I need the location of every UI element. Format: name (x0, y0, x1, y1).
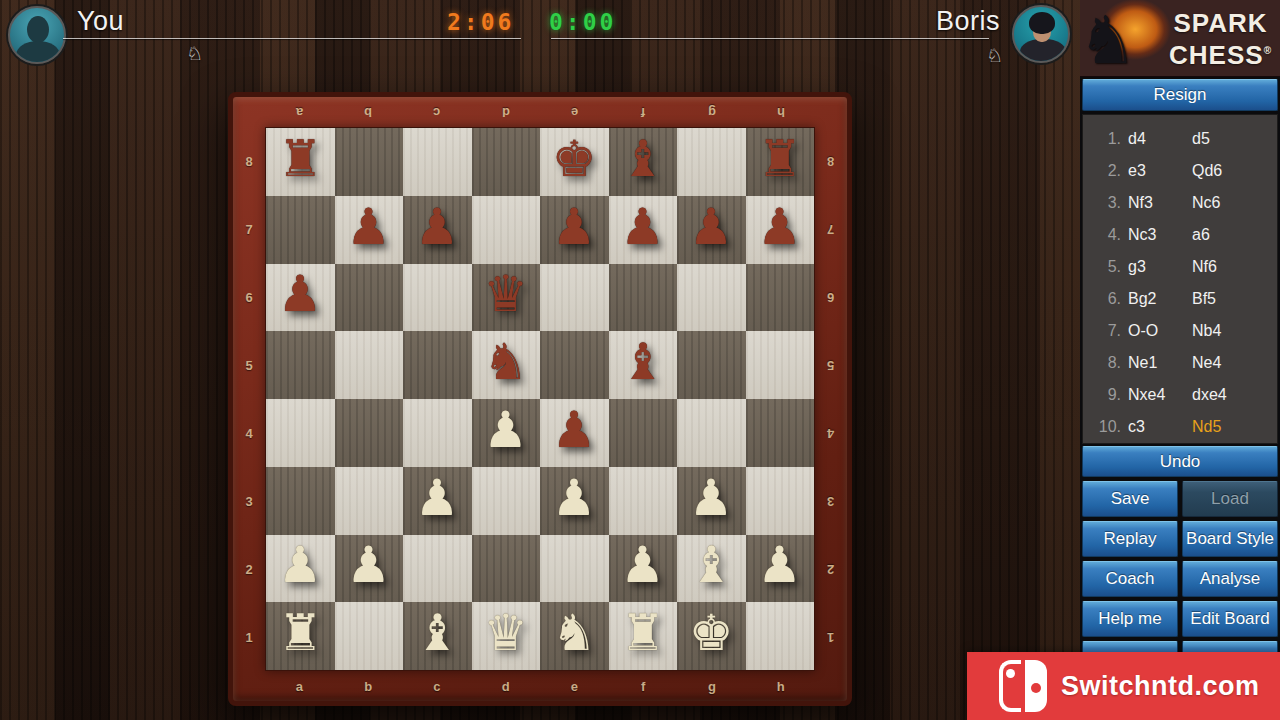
square-b2[interactable]: ♟ (335, 535, 404, 603)
coord-label: 5 (245, 358, 252, 373)
square-g7[interactable]: ♟ (677, 196, 746, 264)
square-a2[interactable]: ♟ (266, 535, 335, 603)
black-move: dxe4 (1192, 386, 1227, 404)
square-c5[interactable] (403, 331, 472, 399)
coord-label: e (571, 105, 578, 120)
black-pawn-c7[interactable]: ♟ (415, 202, 460, 252)
top-bar: You ♘ 2:06 0:00 ♘ Boris (0, 0, 1080, 72)
square-c6[interactable] (403, 264, 472, 332)
black-move: Ne4 (1192, 354, 1221, 372)
square-g8[interactable] (677, 128, 746, 196)
coach-button[interactable]: Coach (1082, 561, 1178, 597)
black-pawn-g7[interactable]: ♟ (689, 202, 734, 252)
rank-labels-left: 87654321 (238, 127, 260, 671)
move-row-3[interactable]: 3.Nf3Nc6 (1083, 187, 1277, 219)
square-f7[interactable]: ♟ (609, 196, 678, 264)
square-g5[interactable] (677, 331, 746, 399)
white-pawn-c3[interactable]: ♟ (415, 473, 460, 523)
black-move: d5 (1192, 130, 1210, 148)
white-queen-d1[interactable]: ♛ (483, 608, 528, 658)
square-e3[interactable]: ♟ (540, 467, 609, 535)
square-d3[interactable] (472, 467, 541, 535)
white-bishop-g2[interactable]: ♝ (689, 540, 734, 590)
coord-label: 6 (245, 290, 252, 305)
square-e1[interactable]: ♞ (540, 602, 609, 670)
square-h3[interactable] (746, 467, 815, 535)
coord-label: 1 (827, 630, 834, 645)
square-g4[interactable] (677, 399, 746, 467)
move-number: 6. (1083, 290, 1121, 308)
resign-button[interactable]: Resign (1082, 79, 1278, 111)
coord-label: 3 (245, 494, 252, 509)
white-move: Nxe4 (1128, 386, 1192, 404)
black-move: Nd5 (1192, 418, 1221, 436)
clock-black: 0:00 (549, 9, 616, 35)
chess-board: abcdefgh abcdefgh 87654321 87654321 ♜♚♝♜… (228, 92, 852, 706)
square-a7[interactable] (266, 196, 335, 264)
black-rook-h8[interactable]: ♜ (757, 134, 802, 184)
coord-label: e (571, 679, 578, 694)
square-c2[interactable] (403, 535, 472, 603)
black-move: a6 (1192, 226, 1210, 244)
edit-board-button[interactable]: Edit Board (1182, 601, 1278, 637)
move-list[interactable]: 1.d4d52.e3Qd63.Nf3Nc64.Nc3a65.g3Nf66.Bg2… (1082, 114, 1278, 444)
square-f4[interactable] (609, 399, 678, 467)
move-row-5[interactable]: 5.g3Nf6 (1083, 251, 1277, 283)
coord-label: 4 (827, 426, 834, 441)
clock-white: 2:06 (447, 9, 514, 35)
black-queen-d6[interactable]: ♛ (483, 269, 528, 319)
player-name-white: You (77, 6, 124, 37)
square-b5[interactable] (335, 331, 404, 399)
rank-labels-right: 87654321 (820, 127, 842, 671)
black-move: Bf5 (1192, 290, 1216, 308)
square-d4[interactable]: ♟ (472, 399, 541, 467)
black-bishop-f5[interactable]: ♝ (620, 337, 665, 387)
square-b8[interactable] (335, 128, 404, 196)
square-b6[interactable] (335, 264, 404, 332)
move-row-10[interactable]: 10.c3Nd5 (1083, 411, 1277, 443)
square-f2[interactable]: ♟ (609, 535, 678, 603)
registered-mark: ® (1264, 45, 1272, 56)
move-number: 9. (1083, 386, 1121, 404)
coord-label: a (296, 679, 303, 694)
board-style-button[interactable]: Board Style (1182, 521, 1278, 557)
white-pawn-e3[interactable]: ♟ (552, 473, 597, 523)
board-squares: ♜♚♝♜♟♟♟♟♟♟♟♛♞♝♟♟♟♟♟♟♟♟♝♟♜♝♛♞♜♚ (265, 127, 815, 671)
square-e2[interactable] (540, 535, 609, 603)
save-button[interactable]: Save (1082, 481, 1178, 517)
square-c1[interactable]: ♝ (403, 602, 472, 670)
knight-logo-icon: ♞ (1080, 8, 1137, 74)
white-move: d4 (1128, 130, 1192, 148)
move-row-9[interactable]: 9.Nxe4dxe4 (1083, 379, 1277, 411)
analyse-button[interactable]: Analyse (1182, 561, 1278, 597)
move-number: 1. (1083, 130, 1121, 148)
square-g1[interactable]: ♚ (677, 602, 746, 670)
square-d7[interactable] (472, 196, 541, 264)
action-button-grid: SaveLoadReplayBoard StyleCoachAnalyseHel… (1082, 481, 1278, 677)
white-rook-a1[interactable]: ♜ (278, 608, 323, 658)
square-b7[interactable]: ♟ (335, 196, 404, 264)
square-h6[interactable] (746, 264, 815, 332)
white-move: O-O (1128, 322, 1192, 340)
coord-label: 7 (245, 222, 252, 237)
black-bishop-f8[interactable]: ♝ (620, 134, 665, 184)
nintendo-switch-icon (999, 660, 1047, 712)
coord-label: 4 (245, 426, 252, 441)
file-labels-bottom: abcdefgh (265, 675, 815, 697)
coord-label: b (364, 679, 372, 694)
square-h4[interactable] (746, 399, 815, 467)
black-king-e8[interactable]: ♚ (552, 134, 597, 184)
watermark-text: Switchntd.com (1061, 671, 1260, 702)
square-b3[interactable] (335, 467, 404, 535)
coord-label: 5 (827, 358, 834, 373)
square-c4[interactable] (403, 399, 472, 467)
square-f8[interactable]: ♝ (609, 128, 678, 196)
sidebar: ♞ SPARK CHESS® Resign 1.d4d52.e3Qd63.Nf3… (1080, 0, 1280, 720)
coord-label: a (296, 105, 303, 120)
avatar-silhouette (27, 16, 49, 43)
avatar-boris[interactable] (1012, 5, 1070, 63)
white-move: Bg2 (1128, 290, 1192, 308)
white-move: e3 (1128, 162, 1192, 180)
white-rook-f1[interactable]: ♜ (620, 608, 665, 658)
white-pawn-b2[interactable]: ♟ (346, 540, 391, 590)
coord-label: 7 (827, 222, 834, 237)
white-pawn-d4[interactable]: ♟ (483, 405, 528, 455)
square-e7[interactable]: ♟ (540, 196, 609, 264)
white-move: g3 (1128, 258, 1192, 276)
square-c7[interactable]: ♟ (403, 196, 472, 264)
coord-label: 8 (827, 154, 834, 169)
white-bishop-c1[interactable]: ♝ (415, 608, 460, 658)
black-pawn-e7[interactable]: ♟ (552, 202, 597, 252)
black-pawn-f7[interactable]: ♟ (620, 202, 665, 252)
white-move: Ne1 (1128, 354, 1192, 372)
coord-label: h (777, 105, 785, 120)
black-move: Nb4 (1192, 322, 1221, 340)
move-row-8[interactable]: 8.Ne1Ne4 (1083, 347, 1277, 379)
white-pawn-f2[interactable]: ♟ (620, 540, 665, 590)
square-f5[interactable]: ♝ (609, 331, 678, 399)
black-pawn-b7[interactable]: ♟ (346, 202, 391, 252)
white-king-g1[interactable]: ♚ (689, 608, 734, 658)
white-move: Nc3 (1128, 226, 1192, 244)
black-move: Nf6 (1192, 258, 1217, 276)
black-move: Qd6 (1192, 162, 1222, 180)
square-h7[interactable]: ♟ (746, 196, 815, 264)
black-rook-a8[interactable]: ♜ (278, 134, 323, 184)
replay-button[interactable]: Replay (1082, 521, 1178, 557)
coord-label: c (433, 679, 440, 694)
move-row-6[interactable]: 6.Bg2Bf5 (1083, 283, 1277, 315)
move-row-2[interactable]: 2.e3Qd6 (1083, 155, 1277, 187)
square-f3[interactable] (609, 467, 678, 535)
move-number: 10. (1083, 418, 1121, 436)
square-g3[interactable]: ♟ (677, 467, 746, 535)
coord-label: 2 (827, 562, 834, 577)
coord-label: 2 (245, 562, 252, 577)
coord-label: 8 (245, 154, 252, 169)
white-move: c3 (1128, 418, 1192, 436)
coord-label: c (433, 105, 440, 120)
square-d5[interactable]: ♞ (472, 331, 541, 399)
white-knight-icon: ♘ (986, 44, 1003, 66)
brand-text: SPARK CHESS® (1169, 9, 1272, 69)
coord-label: b (364, 105, 372, 120)
player-name-black: Boris (936, 6, 1000, 37)
coord-label: 3 (827, 494, 834, 509)
coord-label: 6 (827, 290, 834, 305)
black-pawn-e4[interactable]: ♟ (552, 405, 597, 455)
square-a8[interactable]: ♜ (266, 128, 335, 196)
black-pawn-a6[interactable]: ♟ (278, 269, 323, 319)
square-e6[interactable] (540, 264, 609, 332)
square-b4[interactable] (335, 399, 404, 467)
move-number: 2. (1083, 162, 1121, 180)
avatar-you[interactable] (8, 6, 66, 64)
square-c3[interactable]: ♟ (403, 467, 472, 535)
move-number: 8. (1083, 354, 1121, 372)
square-b1[interactable] (335, 602, 404, 670)
square-a4[interactable] (266, 399, 335, 467)
square-c8[interactable] (403, 128, 472, 196)
move-row-7[interactable]: 7.O-ONb4 (1083, 315, 1277, 347)
white-pawn-g3[interactable]: ♟ (689, 473, 734, 523)
divider-line-right (551, 38, 989, 39)
sparkchess-logo: ♞ SPARK CHESS® (1080, 0, 1280, 77)
move-number: 4. (1083, 226, 1121, 244)
help-me-button[interactable]: Help me (1082, 601, 1178, 637)
coord-label: f (641, 679, 645, 694)
square-d8[interactable] (472, 128, 541, 196)
white-pawn-a2[interactable]: ♟ (278, 540, 323, 590)
load-button[interactable]: Load (1182, 481, 1278, 517)
move-number: 7. (1083, 322, 1121, 340)
square-h1[interactable] (746, 602, 815, 670)
square-d6[interactable]: ♛ (472, 264, 541, 332)
move-row-4[interactable]: 4.Nc3a6 (1083, 219, 1277, 251)
square-a6[interactable]: ♟ (266, 264, 335, 332)
square-h2[interactable]: ♟ (746, 535, 815, 603)
coord-label: g (708, 679, 716, 694)
square-h5[interactable] (746, 331, 815, 399)
square-d1[interactable]: ♛ (472, 602, 541, 670)
square-d2[interactable] (472, 535, 541, 603)
black-pawn-h7[interactable]: ♟ (757, 202, 802, 252)
black-knight-d5[interactable]: ♞ (483, 337, 528, 387)
watermark-banner: Switchntd.com (967, 652, 1280, 720)
square-e8[interactable]: ♚ (540, 128, 609, 196)
undo-button[interactable]: Undo (1082, 446, 1278, 477)
white-knight-icon: ♘ (186, 42, 203, 64)
coord-label: g (708, 105, 716, 120)
coord-label: d (502, 679, 510, 694)
white-pawn-h2[interactable]: ♟ (757, 540, 802, 590)
square-e4[interactable]: ♟ (540, 399, 609, 467)
square-g6[interactable] (677, 264, 746, 332)
white-move: Nf3 (1128, 194, 1192, 212)
black-move: Nc6 (1192, 194, 1220, 212)
coord-label: 1 (245, 630, 252, 645)
square-g2[interactable]: ♝ (677, 535, 746, 603)
square-f6[interactable] (609, 264, 678, 332)
move-number: 5. (1083, 258, 1121, 276)
divider-line-left (63, 38, 521, 39)
square-f1[interactable]: ♜ (609, 602, 678, 670)
square-a1[interactable]: ♜ (266, 602, 335, 670)
square-e5[interactable] (540, 331, 609, 399)
coord-label: d (502, 105, 510, 120)
move-number: 3. (1083, 194, 1121, 212)
move-row-1[interactable]: 1.d4d5 (1083, 123, 1277, 155)
coord-label: h (777, 679, 785, 694)
square-h8[interactable]: ♜ (746, 128, 815, 196)
coord-label: f (641, 105, 645, 120)
white-knight-e1[interactable]: ♞ (552, 608, 597, 658)
file-labels-top: abcdefgh (265, 101, 815, 123)
square-a5[interactable] (266, 331, 335, 399)
square-a3[interactable] (266, 467, 335, 535)
